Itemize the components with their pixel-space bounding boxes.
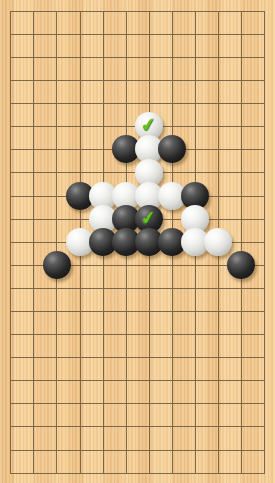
board-cell[interactable] (81, 427, 104, 450)
board-cell[interactable] (150, 312, 173, 335)
board-cell[interactable] (242, 81, 265, 104)
board-cell[interactable] (81, 150, 104, 173)
board-cell[interactable] (242, 427, 265, 450)
board-cell[interactable] (34, 197, 57, 220)
board-cell[interactable] (242, 197, 265, 220)
board-cell[interactable] (104, 381, 127, 404)
board-cell[interactable] (196, 404, 219, 427)
board-cell[interactable] (173, 335, 196, 358)
board-cell[interactable] (242, 150, 265, 173)
board-cell[interactable] (196, 104, 219, 127)
board-cell[interactable] (127, 335, 150, 358)
board-cell[interactable] (173, 12, 196, 35)
board-cell[interactable] (196, 266, 219, 289)
board-cell[interactable] (34, 381, 57, 404)
board-cell[interactable] (81, 35, 104, 58)
board-cell[interactable] (150, 266, 173, 289)
board-cell[interactable] (242, 404, 265, 427)
board-cell[interactable] (57, 150, 80, 173)
board-cell[interactable] (127, 404, 150, 427)
board-cell[interactable] (11, 358, 34, 381)
board-cell[interactable] (150, 381, 173, 404)
board-cell[interactable] (219, 312, 242, 335)
board-cell[interactable] (34, 81, 57, 104)
board-cell[interactable] (34, 335, 57, 358)
board-cell[interactable] (173, 289, 196, 312)
board-cell[interactable] (219, 173, 242, 196)
board-cell[interactable] (11, 104, 34, 127)
board-cell[interactable] (34, 58, 57, 81)
board-cell[interactable] (173, 451, 196, 474)
board-cell[interactable] (150, 289, 173, 312)
board-cell[interactable] (196, 35, 219, 58)
board-cell[interactable] (242, 358, 265, 381)
board-cell[interactable] (11, 35, 34, 58)
board-cell[interactable] (104, 104, 127, 127)
board-cell[interactable] (11, 427, 34, 450)
white-stone (204, 228, 232, 256)
board-cell[interactable] (173, 81, 196, 104)
board-cell[interactable] (11, 243, 34, 266)
board-cell[interactable] (196, 312, 219, 335)
board-cell[interactable] (104, 335, 127, 358)
last-move-check-icon: ✔ (140, 115, 158, 135)
last-move-check-icon: ✔ (140, 208, 158, 228)
board-cell[interactable] (34, 104, 57, 127)
board-cell[interactable] (242, 335, 265, 358)
board-cell[interactable] (127, 12, 150, 35)
board-cell[interactable] (219, 58, 242, 81)
board-cell[interactable] (173, 58, 196, 81)
board-cell[interactable] (57, 451, 80, 474)
board-cell[interactable] (11, 150, 34, 173)
board-cell[interactable] (219, 427, 242, 450)
board-cell[interactable] (173, 104, 196, 127)
board-cell[interactable] (150, 404, 173, 427)
board-cell[interactable] (196, 335, 219, 358)
board-cell[interactable] (150, 335, 173, 358)
board-cell[interactable] (81, 81, 104, 104)
board-cell[interactable] (219, 197, 242, 220)
board-cell[interactable] (57, 381, 80, 404)
board-cell[interactable] (57, 289, 80, 312)
board-cell[interactable] (242, 312, 265, 335)
board-cell[interactable] (127, 289, 150, 312)
board-cell[interactable] (196, 427, 219, 450)
board-cell[interactable] (219, 381, 242, 404)
board-cell[interactable] (57, 312, 80, 335)
board-cell[interactable] (196, 58, 219, 81)
board-cell[interactable] (219, 358, 242, 381)
board-cell[interactable] (34, 220, 57, 243)
board-cell[interactable] (104, 427, 127, 450)
board-cell[interactable] (173, 358, 196, 381)
board-cell[interactable] (81, 451, 104, 474)
board-cell[interactable] (104, 289, 127, 312)
board-cell[interactable] (11, 451, 34, 474)
board-cell[interactable] (150, 81, 173, 104)
board-cell[interactable] (34, 427, 57, 450)
board-cell[interactable] (242, 381, 265, 404)
board-cell[interactable] (104, 35, 127, 58)
board-cell[interactable] (11, 197, 34, 220)
board-cell[interactable] (127, 81, 150, 104)
board-cell[interactable] (104, 451, 127, 474)
board-cell[interactable] (81, 12, 104, 35)
board-cell[interactable] (57, 427, 80, 450)
board-cell[interactable] (242, 289, 265, 312)
black-stone (227, 251, 255, 279)
board-cell[interactable] (242, 35, 265, 58)
board-cell[interactable] (81, 381, 104, 404)
board-cell[interactable] (11, 127, 34, 150)
board-cell[interactable] (81, 127, 104, 150)
board-cell[interactable] (11, 220, 34, 243)
board-cell[interactable] (219, 150, 242, 173)
board-cell[interactable] (104, 81, 127, 104)
board-cell[interactable] (57, 104, 80, 127)
board-cell[interactable] (34, 35, 57, 58)
board-cell[interactable] (242, 173, 265, 196)
board-cell[interactable] (173, 381, 196, 404)
board-cell[interactable] (57, 35, 80, 58)
board-cell[interactable] (127, 451, 150, 474)
board-cell[interactable] (104, 312, 127, 335)
board-cell[interactable] (104, 12, 127, 35)
board-cell[interactable] (34, 12, 57, 35)
board-cell[interactable] (11, 266, 34, 289)
board-cell[interactable] (150, 427, 173, 450)
board-cell[interactable] (104, 358, 127, 381)
board-cell[interactable] (11, 81, 34, 104)
board-cell[interactable] (81, 58, 104, 81)
board-cell[interactable] (57, 12, 80, 35)
board-cell[interactable] (196, 289, 219, 312)
board-cell[interactable] (11, 404, 34, 427)
board-cell[interactable] (173, 266, 196, 289)
board-cell[interactable] (173, 404, 196, 427)
board-cell[interactable] (34, 451, 57, 474)
board-cell[interactable] (81, 312, 104, 335)
board-cell[interactable] (219, 104, 242, 127)
board-cell[interactable] (57, 127, 80, 150)
black-stone (43, 251, 71, 279)
board-cell[interactable] (196, 451, 219, 474)
board-cell[interactable] (104, 58, 127, 81)
board-cell[interactable] (242, 127, 265, 150)
board-cell[interactable] (81, 266, 104, 289)
board-cell[interactable] (219, 12, 242, 35)
board-cell[interactable] (11, 312, 34, 335)
board-cell[interactable] (242, 58, 265, 81)
board-cell[interactable] (11, 12, 34, 35)
board-cell[interactable] (173, 35, 196, 58)
board-cell[interactable] (173, 312, 196, 335)
board-cell[interactable] (196, 12, 219, 35)
board-cell[interactable] (127, 266, 150, 289)
board-cell[interactable] (34, 358, 57, 381)
board-cell[interactable] (219, 289, 242, 312)
board-cell[interactable] (196, 150, 219, 173)
board-cell[interactable] (196, 358, 219, 381)
board-cell[interactable] (34, 127, 57, 150)
board-cell[interactable] (242, 104, 265, 127)
board-cell[interactable] (219, 81, 242, 104)
board-cell[interactable] (81, 289, 104, 312)
board-cell[interactable] (11, 58, 34, 81)
board-cell[interactable] (127, 427, 150, 450)
board-cell[interactable] (81, 404, 104, 427)
board-cell[interactable] (81, 358, 104, 381)
board-cell[interactable] (11, 173, 34, 196)
board-cell[interactable] (242, 12, 265, 35)
board-cell[interactable] (34, 173, 57, 196)
board-cell[interactable] (127, 358, 150, 381)
board-cell[interactable] (34, 312, 57, 335)
board-cell[interactable] (81, 104, 104, 127)
board-cell[interactable] (242, 220, 265, 243)
board-cell[interactable] (11, 289, 34, 312)
gomoku-board[interactable]: ✔✔ (0, 0, 275, 483)
board-cell[interactable] (127, 35, 150, 58)
board-cell[interactable] (34, 289, 57, 312)
board-cell[interactable] (127, 312, 150, 335)
board-cell[interactable] (104, 404, 127, 427)
board-cell[interactable] (150, 451, 173, 474)
board-cell[interactable] (34, 404, 57, 427)
board-cell[interactable] (196, 381, 219, 404)
board-cell[interactable] (219, 335, 242, 358)
board-cell[interactable] (11, 381, 34, 404)
board-cell[interactable] (173, 427, 196, 450)
board-cell[interactable] (196, 81, 219, 104)
board-cell[interactable] (57, 58, 80, 81)
board-cell[interactable] (219, 127, 242, 150)
board-cell[interactable] (150, 35, 173, 58)
board-cell[interactable] (150, 12, 173, 35)
board-cell[interactable] (219, 451, 242, 474)
board-cell[interactable] (57, 81, 80, 104)
board-cell[interactable] (104, 266, 127, 289)
board-cell[interactable] (219, 35, 242, 58)
board-cell[interactable] (57, 335, 80, 358)
board-cell[interactable] (150, 358, 173, 381)
board-cell[interactable] (57, 404, 80, 427)
board-cell[interactable] (196, 127, 219, 150)
board-cell[interactable] (11, 335, 34, 358)
board-cell[interactable] (219, 404, 242, 427)
board-cell[interactable] (34, 150, 57, 173)
board-cell[interactable] (242, 451, 265, 474)
board-cell[interactable] (127, 58, 150, 81)
board-cell[interactable] (150, 58, 173, 81)
board-cell[interactable] (57, 358, 80, 381)
board-cell[interactable] (81, 335, 104, 358)
board-cell[interactable] (127, 381, 150, 404)
